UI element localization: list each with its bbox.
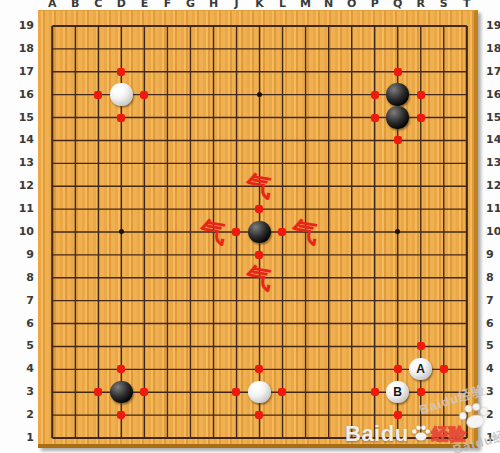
liberty-marker: [371, 388, 379, 396]
liberty-marker: [255, 205, 263, 213]
column-label: H: [209, 0, 218, 10]
stone-label: A: [416, 363, 425, 375]
row-label: 10: [14, 225, 34, 238]
liberty-marker: [394, 411, 402, 419]
liberty-marker: [278, 388, 286, 396]
row-label: 19: [14, 19, 34, 32]
liberty-marker: [417, 114, 425, 122]
column-label: Q: [393, 0, 402, 10]
liberty-marker: [417, 388, 425, 396]
row-label: 12: [14, 179, 34, 192]
row-label: 16: [14, 87, 34, 100]
liberty-marker: [255, 411, 263, 419]
column-label: B: [71, 0, 79, 10]
row-label: 17: [486, 64, 500, 77]
go-board[interactable]: AB气气气气: [38, 10, 478, 448]
column-label: T: [463, 0, 471, 10]
row-label: 8: [14, 270, 34, 283]
white-stone: A: [409, 358, 431, 380]
liberty-marker: [94, 388, 102, 396]
liberty-marker: [117, 411, 125, 419]
column-label: L: [279, 0, 286, 10]
row-label: 1: [486, 431, 494, 444]
star-point: [119, 229, 124, 234]
column-label: R: [416, 0, 424, 10]
row-label: 3: [14, 385, 34, 398]
row-label: 18: [14, 41, 34, 54]
black-stone: [110, 381, 132, 403]
column-label: K: [255, 0, 264, 10]
liberty-marker: [94, 91, 102, 99]
column-label: M: [300, 0, 311, 10]
liberty-marker: [117, 365, 125, 373]
black-stone: [386, 83, 408, 105]
row-label: 4: [14, 362, 34, 375]
liberty-marker: [417, 342, 425, 350]
column-label: P: [371, 0, 379, 10]
liberty-label: 气: [245, 171, 275, 201]
row-label: 8: [486, 270, 494, 283]
liberty-marker: [394, 68, 402, 76]
white-stone: [110, 83, 132, 105]
row-label: 13: [14, 156, 34, 169]
row-label: 1: [14, 431, 34, 444]
white-stone: [248, 381, 270, 403]
liberty-marker: [140, 388, 148, 396]
liberty-label: 气: [199, 217, 229, 247]
liberty-marker: [371, 91, 379, 99]
row-label: 13: [486, 156, 500, 169]
column-label: E: [141, 0, 149, 10]
liberty-marker: [394, 365, 402, 373]
row-label: 5: [14, 339, 34, 352]
column-label: C: [94, 0, 102, 10]
row-label: 11: [14, 202, 34, 215]
black-stone: [248, 221, 270, 243]
row-label: 14: [486, 133, 500, 146]
row-label: 17: [14, 64, 34, 77]
liberty-label: 气: [245, 263, 275, 293]
liberty-marker: [140, 91, 148, 99]
row-label: 2: [486, 408, 494, 421]
board-grid[interactable]: AB气气气气: [41, 15, 478, 450]
column-label: N: [324, 0, 333, 10]
liberty-marker: [232, 228, 240, 236]
row-label: 16: [486, 87, 500, 100]
row-label: 4: [486, 362, 494, 375]
row-label: 15: [14, 110, 34, 123]
row-label: 14: [14, 133, 34, 146]
liberty-marker: [117, 114, 125, 122]
liberty-label: 气: [291, 217, 321, 247]
row-label: 9: [14, 247, 34, 260]
star-point: [395, 229, 400, 234]
liberty-marker: [371, 114, 379, 122]
row-label: 12: [486, 179, 500, 192]
liberty-marker: [232, 388, 240, 396]
row-label: 19: [486, 19, 500, 32]
row-label: 10: [486, 225, 500, 238]
liberty-marker: [255, 251, 263, 259]
liberty-marker: [417, 91, 425, 99]
column-label: J: [234, 0, 238, 10]
column-label: S: [440, 0, 448, 10]
row-label: 3: [486, 385, 494, 398]
stone-label: B: [393, 386, 402, 398]
white-stone: B: [386, 381, 408, 403]
row-label: 15: [486, 110, 500, 123]
liberty-marker: [440, 365, 448, 373]
row-label: 18: [486, 41, 500, 54]
row-label: 7: [486, 293, 494, 306]
liberty-marker: [117, 68, 125, 76]
black-stone: [386, 106, 408, 128]
row-label: 6: [486, 316, 494, 329]
liberty-marker: [394, 136, 402, 144]
row-label: 11: [486, 202, 500, 215]
star-point: [257, 92, 262, 97]
row-label: 2: [14, 408, 34, 421]
column-label: D: [117, 0, 126, 10]
liberty-marker: [278, 228, 286, 236]
column-label: F: [164, 0, 172, 10]
column-label: A: [48, 0, 57, 10]
liberty-marker: [255, 365, 263, 373]
row-label: 5: [486, 339, 494, 352]
row-label: 6: [14, 316, 34, 329]
row-label: 7: [14, 293, 34, 306]
column-label: O: [347, 0, 356, 10]
column-label: G: [186, 0, 195, 10]
row-label: 9: [486, 247, 494, 260]
go-liberties-diagram: ABCDEFGHJKLMNOPQRST 19181716151413121110…: [0, 0, 500, 453]
